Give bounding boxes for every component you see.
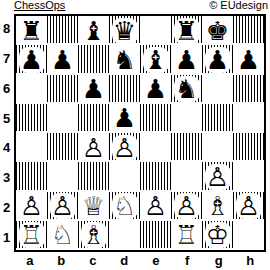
black-knight-d7: ♞ <box>112 47 138 73</box>
square-e6: ♟ <box>140 75 171 104</box>
file-label-f: f <box>172 252 204 269</box>
black-pawn-h7: ♟ <box>236 47 262 73</box>
rank-label-5: 5 <box>0 103 13 133</box>
site-link[interactable]: ChessOps <box>14 0 65 11</box>
square-b6 <box>47 75 78 104</box>
white-pawn-e2: ♙ <box>143 193 169 219</box>
file-label-e: e <box>140 252 172 269</box>
black-bishop-e7: ♝ <box>143 47 169 73</box>
square-h3 <box>233 162 264 191</box>
square-d1 <box>109 221 140 250</box>
file-label-b: b <box>46 252 78 269</box>
square-d8: ♛ <box>109 16 140 45</box>
square-b2: ♙ <box>47 192 78 221</box>
square-d6 <box>109 75 140 104</box>
black-pawn-d5: ♟ <box>112 105 138 131</box>
square-a3 <box>16 162 47 191</box>
square-c6: ♟ <box>78 75 109 104</box>
square-h8 <box>233 16 264 45</box>
square-g4 <box>202 133 233 162</box>
black-pawn-e6: ♟ <box>143 76 169 102</box>
black-pawn-g7: ♟ <box>205 47 231 73</box>
square-b5 <box>47 104 78 133</box>
square-c5 <box>78 104 109 133</box>
square-a4 <box>16 133 47 162</box>
square-f3 <box>171 162 202 191</box>
black-queen-d8: ♛ <box>112 18 138 44</box>
black-pawn-f7: ♟ <box>174 47 200 73</box>
rank-label-6: 6 <box>0 74 13 104</box>
white-rook-f1: ♖ <box>174 222 200 248</box>
credit-text: © EUdesign <box>209 0 268 11</box>
chess-board: ♜♝♛♜♚♟♟♞♝♟♟♟♟♟♞♟♙♙♙♙♙♕♘♙♙♗♙♖♘♗♖♔ <box>14 14 266 252</box>
square-a1: ♖ <box>16 221 47 250</box>
square-b8 <box>47 16 78 45</box>
square-f2: ♙ <box>171 192 202 221</box>
square-a2: ♙ <box>16 192 47 221</box>
square-f7: ♟ <box>171 45 202 74</box>
square-b3 <box>47 162 78 191</box>
square-h5 <box>233 104 264 133</box>
rank-label-1: 1 <box>0 222 13 252</box>
square-h2: ♙ <box>233 192 264 221</box>
square-e1 <box>140 221 171 250</box>
square-d7: ♞ <box>109 45 140 74</box>
white-pawn-d4: ♙ <box>112 135 138 161</box>
square-d4: ♙ <box>109 133 140 162</box>
square-h4 <box>233 133 264 162</box>
rank-label-4: 4 <box>0 133 13 163</box>
white-bishop-g2: ♗ <box>205 193 231 219</box>
white-pawn-a2: ♙ <box>19 193 45 219</box>
rank-label-3: 3 <box>0 163 13 193</box>
white-pawn-c4: ♙ <box>81 135 107 161</box>
square-g5 <box>202 104 233 133</box>
square-f5 <box>171 104 202 133</box>
square-b1: ♘ <box>47 221 78 250</box>
file-labels: abcdefgh <box>14 252 266 269</box>
square-f4 <box>171 133 202 162</box>
square-e4 <box>140 133 171 162</box>
square-c4: ♙ <box>78 133 109 162</box>
black-pawn-c6: ♟ <box>81 76 107 102</box>
square-a7: ♟ <box>16 45 47 74</box>
rank-label-7: 7 <box>0 44 13 74</box>
white-bishop-c1: ♗ <box>81 222 107 248</box>
square-g1: ♔ <box>202 221 233 250</box>
square-c2: ♕ <box>78 192 109 221</box>
square-e5 <box>140 104 171 133</box>
square-f8: ♜ <box>171 16 202 45</box>
square-f6: ♞ <box>171 75 202 104</box>
square-d3 <box>109 162 140 191</box>
square-c1: ♗ <box>78 221 109 250</box>
white-pawn-g3: ♙ <box>205 164 231 190</box>
file-label-g: g <box>203 252 235 269</box>
square-h7: ♟ <box>233 45 264 74</box>
white-pawn-b2: ♙ <box>50 193 76 219</box>
square-b7: ♟ <box>47 45 78 74</box>
square-h6 <box>233 75 264 104</box>
white-knight-d2: ♘ <box>112 193 138 219</box>
black-king-g8: ♚ <box>205 18 231 44</box>
file-label-c: c <box>77 252 109 269</box>
square-c3 <box>78 162 109 191</box>
square-a8: ♜ <box>16 16 47 45</box>
black-pawn-a7: ♟ <box>19 47 45 73</box>
square-g2: ♗ <box>202 192 233 221</box>
white-pawn-f2: ♙ <box>174 193 200 219</box>
header: ChessOps © EUdesign <box>14 0 268 13</box>
rank-label-2: 2 <box>0 193 13 223</box>
white-knight-b1: ♘ <box>50 222 76 248</box>
square-d5: ♟ <box>109 104 140 133</box>
square-e2: ♙ <box>140 192 171 221</box>
white-pawn-h2: ♙ <box>236 193 262 219</box>
rank-labels: 87654321 <box>0 14 13 252</box>
white-king-g1: ♔ <box>205 222 231 248</box>
square-c8: ♝ <box>78 16 109 45</box>
square-f1: ♖ <box>171 221 202 250</box>
file-label-h: h <box>235 252 267 269</box>
white-rook-a1: ♖ <box>19 222 45 248</box>
square-g8: ♚ <box>202 16 233 45</box>
black-knight-f6: ♞ <box>174 76 200 102</box>
square-e8 <box>140 16 171 45</box>
square-h1 <box>233 221 264 250</box>
square-g6 <box>202 75 233 104</box>
file-label-d: d <box>109 252 141 269</box>
square-a6 <box>16 75 47 104</box>
black-pawn-b7: ♟ <box>50 47 76 73</box>
black-rook-f8: ♜ <box>174 18 200 44</box>
square-d2: ♘ <box>109 192 140 221</box>
square-c7 <box>78 45 109 74</box>
square-a5 <box>16 104 47 133</box>
square-g3: ♙ <box>202 162 233 191</box>
square-b4 <box>47 133 78 162</box>
file-label-a: a <box>14 252 46 269</box>
rank-label-8: 8 <box>0 14 13 44</box>
square-e3 <box>140 162 171 191</box>
white-queen-c2: ♕ <box>81 193 107 219</box>
black-bishop-c8: ♝ <box>81 18 107 44</box>
black-rook-a8: ♜ <box>19 18 45 44</box>
square-e7: ♝ <box>140 45 171 74</box>
square-g7: ♟ <box>202 45 233 74</box>
